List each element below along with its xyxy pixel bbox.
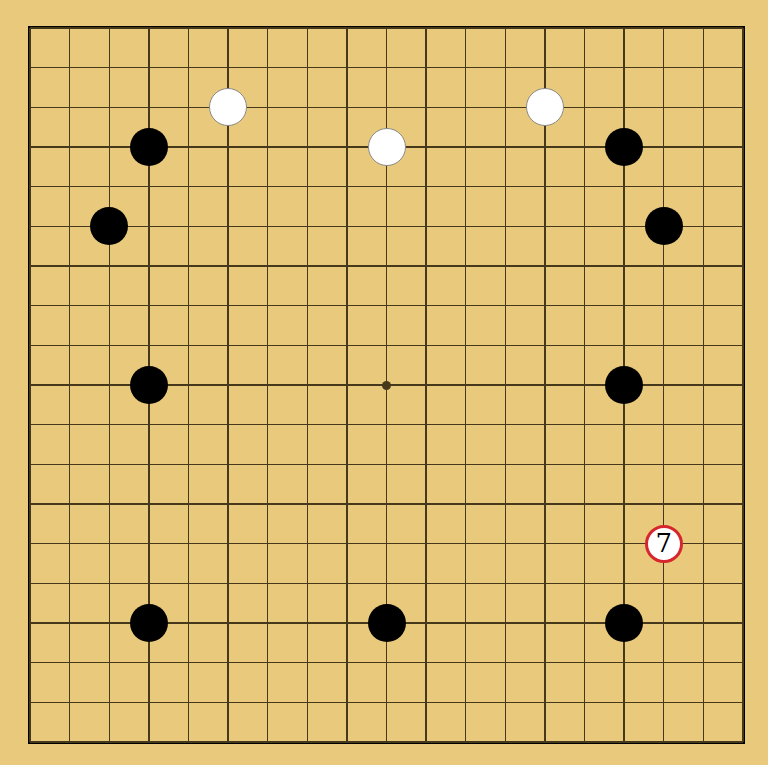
grid-line-horizontal bbox=[30, 503, 743, 504]
go-board-grid: 7 bbox=[28, 26, 745, 744]
black-stone bbox=[605, 128, 643, 166]
grid-line-vertical bbox=[742, 28, 743, 742]
grid-line-horizontal bbox=[30, 702, 743, 703]
grid-line-horizontal bbox=[30, 662, 743, 663]
marked-stone-move-7: 7 bbox=[645, 525, 683, 563]
white-stone bbox=[368, 128, 406, 166]
grid-line-horizontal bbox=[30, 424, 743, 425]
grid-line-vertical bbox=[584, 28, 585, 742]
white-stone bbox=[526, 88, 564, 126]
move-number-label: 7 bbox=[655, 530, 672, 556]
grid-line-vertical bbox=[703, 28, 704, 742]
star-point bbox=[382, 381, 391, 390]
black-stone bbox=[645, 207, 683, 245]
black-stone bbox=[130, 604, 168, 642]
grid-line-horizontal bbox=[30, 583, 743, 584]
black-stone bbox=[605, 366, 643, 404]
black-stone bbox=[90, 207, 128, 245]
black-stone bbox=[368, 604, 406, 642]
grid-line-vertical bbox=[425, 28, 426, 742]
black-stone bbox=[605, 604, 643, 642]
white-stone bbox=[209, 88, 247, 126]
black-stone bbox=[130, 366, 168, 404]
grid-line-vertical bbox=[505, 28, 506, 742]
grid-line-horizontal bbox=[30, 741, 743, 742]
black-stone bbox=[130, 128, 168, 166]
go-diagram: 7 bbox=[0, 0, 768, 765]
grid-line-vertical bbox=[465, 28, 466, 742]
grid-line-vertical bbox=[663, 28, 664, 742]
grid-line-vertical bbox=[544, 28, 545, 742]
grid-line-horizontal bbox=[30, 464, 743, 465]
grid-line-horizontal bbox=[30, 543, 743, 544]
